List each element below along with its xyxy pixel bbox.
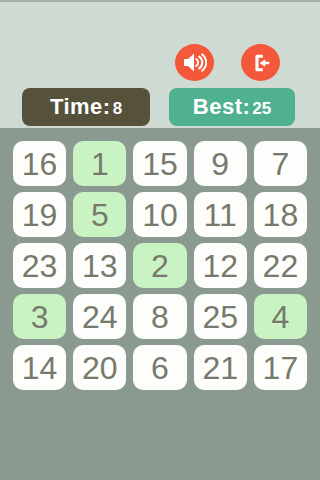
logout-icon	[250, 52, 272, 74]
number-cell-17[interactable]: 17	[254, 345, 307, 390]
time-value: 8	[113, 90, 122, 128]
time-badge: Time: 8	[22, 88, 150, 126]
exit-button[interactable]	[241, 44, 280, 81]
number-cell-21[interactable]: 21	[194, 345, 247, 390]
number-cell-9[interactable]: 9	[194, 141, 247, 186]
sound-button[interactable]	[175, 44, 214, 81]
best-label: Best:	[193, 88, 251, 126]
number-cell-8[interactable]: 8	[133, 294, 186, 339]
speaker-icon	[183, 52, 207, 73]
board-background: 1611597195101118231321222324825414206211…	[0, 128, 320, 480]
number-cell-15[interactable]: 15	[133, 141, 186, 186]
number-cell-11[interactable]: 11	[194, 192, 247, 237]
game-screen: Time: 8 Best: 25 16115971951011182313212…	[0, 0, 320, 480]
number-cell-20[interactable]: 20	[73, 345, 126, 390]
number-cell-5[interactable]: 5	[73, 192, 126, 237]
number-cell-6[interactable]: 6	[133, 345, 186, 390]
number-cell-18[interactable]: 18	[254, 192, 307, 237]
number-cell-7[interactable]: 7	[254, 141, 307, 186]
number-cell-19[interactable]: 19	[13, 192, 66, 237]
number-cell-23[interactable]: 23	[13, 243, 66, 288]
number-cell-16[interactable]: 16	[13, 141, 66, 186]
number-cell-12[interactable]: 12	[194, 243, 247, 288]
number-cell-14[interactable]: 14	[13, 345, 66, 390]
best-badge: Best: 25	[169, 88, 295, 126]
number-cell-3[interactable]: 3	[13, 294, 66, 339]
number-cell-2[interactable]: 2	[133, 243, 186, 288]
number-cell-24[interactable]: 24	[73, 294, 126, 339]
number-cell-22[interactable]: 22	[254, 243, 307, 288]
number-cell-25[interactable]: 25	[194, 294, 247, 339]
number-cell-1[interactable]: 1	[73, 141, 126, 186]
best-value: 25	[252, 90, 271, 128]
number-cell-10[interactable]: 10	[133, 192, 186, 237]
number-cell-4[interactable]: 4	[254, 294, 307, 339]
time-label: Time:	[50, 88, 111, 126]
board-grid: 1611597195101118231321222324825414206211…	[0, 128, 320, 390]
number-cell-13[interactable]: 13	[73, 243, 126, 288]
